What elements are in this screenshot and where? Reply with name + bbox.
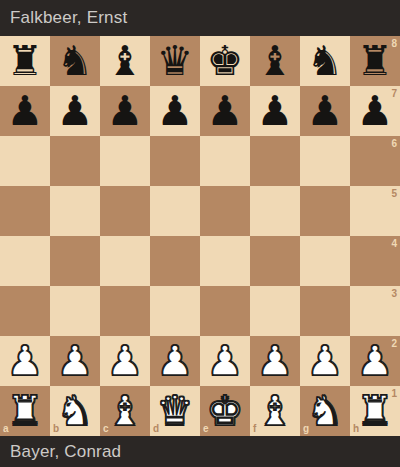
square-f2[interactable]: ♟	[250, 336, 300, 386]
square-d4[interactable]	[150, 236, 200, 286]
chess-board: ♜♞♝♛♚♝♞♜8♟♟♟♟♟♟♟♟76543♟♟♟♟♟♟♟♟2♜a♞b♝c♛d♚…	[0, 36, 400, 436]
file-label-e: e	[203, 424, 209, 434]
square-a8[interactable]: ♜	[0, 36, 50, 86]
black-pawn-piece[interactable]: ♟	[250, 86, 300, 136]
black-pawn-piece[interactable]: ♟	[0, 86, 50, 136]
black-pawn-piece[interactable]: ♟	[150, 86, 200, 136]
square-f3[interactable]	[250, 286, 300, 336]
square-e4[interactable]	[200, 236, 250, 286]
white-pawn-piece[interactable]: ♟	[250, 336, 300, 386]
black-knight-piece[interactable]: ♞	[300, 36, 350, 86]
square-h1[interactable]: ♜1h	[350, 386, 400, 436]
black-pawn-piece[interactable]: ♟	[100, 86, 150, 136]
white-pawn-piece[interactable]: ♟	[0, 336, 50, 386]
square-d6[interactable]	[150, 136, 200, 186]
square-a4[interactable]	[0, 236, 50, 286]
square-f4[interactable]	[250, 236, 300, 286]
square-d7[interactable]: ♟	[150, 86, 200, 136]
square-d8[interactable]: ♛	[150, 36, 200, 86]
white-pawn-piece[interactable]: ♟	[200, 336, 250, 386]
square-h3[interactable]: 3	[350, 286, 400, 336]
square-c5[interactable]	[100, 186, 150, 236]
square-d5[interactable]	[150, 186, 200, 236]
square-h5[interactable]: 5	[350, 186, 400, 236]
square-e8[interactable]: ♚	[200, 36, 250, 86]
square-f5[interactable]	[250, 186, 300, 236]
square-b3[interactable]	[50, 286, 100, 336]
rank-label-1: 1	[391, 389, 397, 399]
square-a2[interactable]: ♟	[0, 336, 50, 386]
square-e3[interactable]	[200, 286, 250, 336]
square-f1[interactable]: ♝f	[250, 386, 300, 436]
rank-label-4: 4	[391, 239, 397, 249]
white-bishop-piece[interactable]: ♝	[250, 386, 300, 436]
square-c8[interactable]: ♝	[100, 36, 150, 86]
white-pawn-piece[interactable]: ♟	[50, 336, 100, 386]
square-b5[interactable]	[50, 186, 100, 236]
file-label-b: b	[53, 424, 59, 434]
white-pawn-piece[interactable]: ♟	[150, 336, 200, 386]
square-e6[interactable]	[200, 136, 250, 186]
file-label-d: d	[153, 424, 159, 434]
square-c6[interactable]	[100, 136, 150, 186]
square-h8[interactable]: ♜8	[350, 36, 400, 86]
square-c3[interactable]	[100, 286, 150, 336]
square-c4[interactable]	[100, 236, 150, 286]
black-queen-piece[interactable]: ♛	[150, 36, 200, 86]
square-h6[interactable]: 6	[350, 136, 400, 186]
file-label-g: g	[303, 424, 309, 434]
square-g6[interactable]	[300, 136, 350, 186]
square-a3[interactable]	[0, 286, 50, 336]
square-g7[interactable]: ♟	[300, 86, 350, 136]
square-g1[interactable]: ♞g	[300, 386, 350, 436]
square-b8[interactable]: ♞	[50, 36, 100, 86]
square-g5[interactable]	[300, 186, 350, 236]
square-b7[interactable]: ♟	[50, 86, 100, 136]
square-e2[interactable]: ♟	[200, 336, 250, 386]
black-pawn-piece[interactable]: ♟	[200, 86, 250, 136]
square-c2[interactable]: ♟	[100, 336, 150, 386]
square-f7[interactable]: ♟	[250, 86, 300, 136]
rank-label-5: 5	[391, 189, 397, 199]
square-h4[interactable]: 4	[350, 236, 400, 286]
black-pawn-piece[interactable]: ♟	[300, 86, 350, 136]
square-c1[interactable]: ♝c	[100, 386, 150, 436]
square-a5[interactable]	[0, 186, 50, 236]
square-g3[interactable]	[300, 286, 350, 336]
square-e1[interactable]: ♚e	[200, 386, 250, 436]
square-b6[interactable]	[50, 136, 100, 186]
black-bishop-piece[interactable]: ♝	[100, 36, 150, 86]
rank-label-7: 7	[391, 89, 397, 99]
square-b2[interactable]: ♟	[50, 336, 100, 386]
top-player-name: Falkbeer, Ernst	[10, 8, 127, 28]
rank-label-2: 2	[391, 339, 397, 349]
square-h7[interactable]: ♟7	[350, 86, 400, 136]
square-e5[interactable]	[200, 186, 250, 236]
rank-label-6: 6	[391, 139, 397, 149]
square-f8[interactable]: ♝	[250, 36, 300, 86]
square-g2[interactable]: ♟	[300, 336, 350, 386]
rank-label-3: 3	[391, 289, 397, 299]
square-g8[interactable]: ♞	[300, 36, 350, 86]
square-a6[interactable]	[0, 136, 50, 186]
square-g4[interactable]	[300, 236, 350, 286]
file-label-c: c	[103, 424, 109, 434]
black-king-piece[interactable]: ♚	[200, 36, 250, 86]
file-label-a: a	[3, 424, 9, 434]
square-a1[interactable]: ♜a	[0, 386, 50, 436]
square-b1[interactable]: ♞b	[50, 386, 100, 436]
black-bishop-piece[interactable]: ♝	[250, 36, 300, 86]
square-d3[interactable]	[150, 286, 200, 336]
black-knight-piece[interactable]: ♞	[50, 36, 100, 86]
square-b4[interactable]	[50, 236, 100, 286]
bottom-player-name: Bayer, Conrad	[10, 442, 121, 462]
top-player-bar: Falkbeer, Ernst	[0, 0, 400, 36]
black-pawn-piece[interactable]: ♟	[50, 86, 100, 136]
square-f6[interactable]	[250, 136, 300, 186]
square-d2[interactable]: ♟	[150, 336, 200, 386]
square-d1[interactable]: ♛d	[150, 386, 200, 436]
file-label-h: h	[353, 424, 359, 434]
black-rook-piece[interactable]: ♜	[0, 36, 50, 86]
square-a7[interactable]: ♟	[0, 86, 50, 136]
white-pawn-piece[interactable]: ♟	[100, 336, 150, 386]
file-label-f: f	[253, 424, 256, 434]
white-pawn-piece[interactable]: ♟	[300, 336, 350, 386]
square-h2[interactable]: ♟2	[350, 336, 400, 386]
square-e7[interactable]: ♟	[200, 86, 250, 136]
square-c7[interactable]: ♟	[100, 86, 150, 136]
rank-label-8: 8	[391, 39, 397, 49]
bottom-player-bar: Bayer, Conrad	[0, 436, 400, 467]
